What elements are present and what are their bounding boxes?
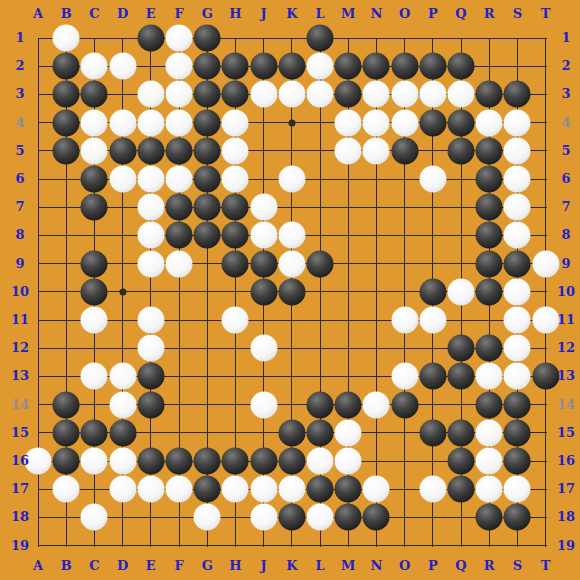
- white-stone-H4[interactable]: [222, 109, 249, 136]
- row-label-left-2: 2: [4, 58, 36, 74]
- white-stone-E7[interactable]: [137, 194, 164, 221]
- white-stone-M4[interactable]: [335, 109, 362, 136]
- black-stone-C10[interactable]: [81, 278, 108, 305]
- white-stone-R16[interactable]: [476, 448, 503, 475]
- black-stone-P10[interactable]: [419, 278, 446, 305]
- row-label-right-6: 6: [550, 171, 580, 187]
- white-stone-J14[interactable]: [250, 391, 277, 418]
- black-stone-S9[interactable]: [504, 250, 531, 277]
- column-label-top-T: T: [530, 6, 562, 22]
- row-label-left-6: 6: [4, 171, 36, 187]
- white-stone-C11[interactable]: [81, 307, 108, 334]
- column-label-top-R: R: [473, 6, 505, 22]
- column-label-bottom-T: T: [530, 558, 562, 574]
- white-stone-E6[interactable]: [137, 166, 164, 193]
- row-label-right-12: 12: [550, 340, 580, 356]
- row-label-right-2: 2: [550, 58, 580, 74]
- column-label-top-G: G: [191, 6, 223, 22]
- black-stone-M17[interactable]: [335, 476, 362, 503]
- column-label-top-M: M: [332, 6, 364, 22]
- white-stone-P3[interactable]: [419, 81, 446, 108]
- black-stone-F7[interactable]: [166, 194, 193, 221]
- white-stone-K17[interactable]: [278, 476, 305, 503]
- star-point-D10: [119, 288, 126, 295]
- white-stone-F9[interactable]: [166, 250, 193, 277]
- black-stone-J16[interactable]: [250, 448, 277, 475]
- black-stone-J2[interactable]: [250, 53, 277, 80]
- black-stone-O2[interactable]: [391, 53, 418, 80]
- row-label-right-13: 13: [550, 368, 580, 384]
- black-stone-Q2[interactable]: [448, 53, 475, 80]
- column-label-top-E: E: [135, 6, 167, 22]
- black-stone-P4[interactable]: [419, 109, 446, 136]
- row-label-right-10: 10: [550, 284, 580, 300]
- white-stone-F1[interactable]: [166, 25, 193, 52]
- black-stone-B16[interactable]: [53, 448, 80, 475]
- white-stone-E8[interactable]: [137, 222, 164, 249]
- column-label-bottom-P: P: [417, 558, 449, 574]
- white-stone-B17[interactable]: [53, 476, 80, 503]
- black-stone-J9[interactable]: [250, 250, 277, 277]
- black-stone-Q13[interactable]: [448, 363, 475, 390]
- black-stone-O5[interactable]: [391, 137, 418, 164]
- column-label-bottom-N: N: [360, 558, 392, 574]
- black-stone-R9[interactable]: [476, 250, 503, 277]
- grid-line: [38, 207, 547, 208]
- white-stone-D13[interactable]: [109, 363, 136, 390]
- white-stone-S17[interactable]: [504, 476, 531, 503]
- white-stone-N3[interactable]: [363, 81, 390, 108]
- column-label-bottom-H: H: [219, 558, 251, 574]
- column-label-bottom-D: D: [107, 558, 139, 574]
- white-stone-R17[interactable]: [476, 476, 503, 503]
- white-stone-M15[interactable]: [335, 419, 362, 446]
- white-stone-E17[interactable]: [137, 476, 164, 503]
- black-stone-G16[interactable]: [194, 448, 221, 475]
- row-label-right-7: 7: [550, 199, 580, 215]
- column-label-bottom-C: C: [78, 558, 110, 574]
- black-stone-C9[interactable]: [81, 250, 108, 277]
- black-stone-G1[interactable]: [194, 25, 221, 52]
- black-stone-G2[interactable]: [194, 53, 221, 80]
- row-label-left-9: 9: [4, 256, 36, 272]
- white-stone-M5[interactable]: [335, 137, 362, 164]
- black-stone-S18[interactable]: [504, 504, 531, 531]
- white-stone-O3[interactable]: [391, 81, 418, 108]
- black-stone-D15[interactable]: [109, 419, 136, 446]
- black-stone-L9[interactable]: [307, 250, 334, 277]
- black-stone-R12[interactable]: [476, 335, 503, 362]
- black-stone-G3[interactable]: [194, 81, 221, 108]
- column-label-top-N: N: [360, 6, 392, 22]
- black-stone-F8[interactable]: [166, 222, 193, 249]
- white-stone-E11[interactable]: [137, 307, 164, 334]
- column-label-bottom-J: J: [248, 558, 280, 574]
- white-stone-O11[interactable]: [391, 307, 418, 334]
- black-stone-G8[interactable]: [194, 222, 221, 249]
- white-stone-H11[interactable]: [222, 307, 249, 334]
- black-stone-R6[interactable]: [476, 166, 503, 193]
- column-label-bottom-E: E: [135, 558, 167, 574]
- black-stone-G4[interactable]: [194, 109, 221, 136]
- black-stone-M3[interactable]: [335, 81, 362, 108]
- row-label-left-4: 4: [4, 115, 36, 131]
- row-label-right-19: 19: [550, 538, 580, 554]
- black-stone-P2[interactable]: [419, 53, 446, 80]
- column-label-bottom-R: R: [473, 558, 505, 574]
- row-label-right-14: 14: [550, 397, 580, 413]
- white-stone-R4[interactable]: [476, 109, 503, 136]
- white-stone-C18[interactable]: [81, 504, 108, 531]
- white-stone-S6[interactable]: [504, 166, 531, 193]
- white-stone-J3[interactable]: [250, 81, 277, 108]
- white-stone-S10[interactable]: [504, 278, 531, 305]
- grid-line: [38, 545, 547, 546]
- white-stone-G18[interactable]: [194, 504, 221, 531]
- black-stone-R14[interactable]: [476, 391, 503, 418]
- row-label-left-16: 16: [4, 453, 36, 469]
- black-stone-E16[interactable]: [137, 448, 164, 475]
- white-stone-N17[interactable]: [363, 476, 390, 503]
- row-label-right-4: 4: [550, 115, 580, 131]
- white-stone-E3[interactable]: [137, 81, 164, 108]
- white-stone-O13[interactable]: [391, 363, 418, 390]
- white-stone-M16[interactable]: [335, 448, 362, 475]
- white-stone-F3[interactable]: [166, 81, 193, 108]
- column-label-top-B: B: [50, 6, 82, 22]
- black-stone-P13[interactable]: [419, 363, 446, 390]
- row-label-right-15: 15: [550, 425, 580, 441]
- white-stone-Q10[interactable]: [448, 278, 475, 305]
- black-stone-E13[interactable]: [137, 363, 164, 390]
- black-stone-P15[interactable]: [419, 419, 446, 446]
- grid-line: [545, 38, 546, 547]
- column-label-top-C: C: [78, 6, 110, 22]
- black-stone-Q16[interactable]: [448, 448, 475, 475]
- row-label-left-3: 3: [4, 86, 36, 102]
- black-stone-K18[interactable]: [278, 504, 305, 531]
- white-stone-C5[interactable]: [81, 137, 108, 164]
- black-stone-R8[interactable]: [476, 222, 503, 249]
- column-label-bottom-K: K: [276, 558, 308, 574]
- black-stone-B2[interactable]: [53, 53, 80, 80]
- white-stone-N14[interactable]: [363, 391, 390, 418]
- white-stone-N5[interactable]: [363, 137, 390, 164]
- black-stone-H9[interactable]: [222, 250, 249, 277]
- column-label-top-A: A: [22, 6, 54, 22]
- black-stone-L15[interactable]: [307, 419, 334, 446]
- row-label-left-17: 17: [4, 481, 36, 497]
- white-stone-S12[interactable]: [504, 335, 531, 362]
- white-stone-D2[interactable]: [109, 53, 136, 80]
- white-stone-L18[interactable]: [307, 504, 334, 531]
- column-label-bottom-F: F: [163, 558, 195, 574]
- column-label-top-D: D: [107, 6, 139, 22]
- white-stone-S8[interactable]: [504, 222, 531, 249]
- black-stone-S14[interactable]: [504, 391, 531, 418]
- row-label-right-11: 11: [550, 312, 580, 328]
- white-stone-P6[interactable]: [419, 166, 446, 193]
- row-label-left-10: 10: [4, 284, 36, 300]
- black-stone-S15[interactable]: [504, 419, 531, 446]
- row-label-right-3: 3: [550, 86, 580, 102]
- black-stone-B3[interactable]: [53, 81, 80, 108]
- white-stone-P17[interactable]: [419, 476, 446, 503]
- black-stone-B4[interactable]: [53, 109, 80, 136]
- go-board[interactable]: ABCDEFGHJKLMNOPQRST ABCDEFGHJKLMNOPQRST …: [0, 0, 580, 580]
- white-stone-L16[interactable]: [307, 448, 334, 475]
- row-label-left-13: 13: [4, 368, 36, 384]
- black-stone-F5[interactable]: [166, 137, 193, 164]
- black-stone-M18[interactable]: [335, 504, 362, 531]
- black-stone-H2[interactable]: [222, 53, 249, 80]
- column-label-top-S: S: [501, 6, 533, 22]
- black-stone-E5[interactable]: [137, 137, 164, 164]
- white-stone-K9[interactable]: [278, 250, 305, 277]
- row-label-right-8: 8: [550, 227, 580, 243]
- black-stone-Q15[interactable]: [448, 419, 475, 446]
- white-stone-S5[interactable]: [504, 137, 531, 164]
- black-stone-L1[interactable]: [307, 25, 334, 52]
- white-stone-J12[interactable]: [250, 335, 277, 362]
- black-stone-C6[interactable]: [81, 166, 108, 193]
- black-stone-Q4[interactable]: [448, 109, 475, 136]
- white-stone-C2[interactable]: [81, 53, 108, 80]
- black-stone-F16[interactable]: [166, 448, 193, 475]
- row-label-right-1: 1: [550, 30, 580, 46]
- column-label-top-O: O: [389, 6, 421, 22]
- white-stone-S13[interactable]: [504, 363, 531, 390]
- column-label-top-F: F: [163, 6, 195, 22]
- column-label-bottom-O: O: [389, 558, 421, 574]
- row-label-left-19: 19: [4, 538, 36, 554]
- black-stone-R3[interactable]: [476, 81, 503, 108]
- star-point-K4: [288, 119, 295, 126]
- black-stone-G7[interactable]: [194, 194, 221, 221]
- column-label-bottom-M: M: [332, 558, 364, 574]
- black-stone-R18[interactable]: [476, 504, 503, 531]
- black-stone-M14[interactable]: [335, 391, 362, 418]
- white-stone-B1[interactable]: [53, 25, 80, 52]
- row-label-right-16: 16: [550, 453, 580, 469]
- white-stone-P11[interactable]: [419, 307, 446, 334]
- black-stone-B15[interactable]: [53, 419, 80, 446]
- black-stone-G17[interactable]: [194, 476, 221, 503]
- white-stone-R15[interactable]: [476, 419, 503, 446]
- white-stone-F2[interactable]: [166, 53, 193, 80]
- white-stone-K3[interactable]: [278, 81, 305, 108]
- row-label-left-7: 7: [4, 199, 36, 215]
- white-stone-L2[interactable]: [307, 53, 334, 80]
- white-stone-D16[interactable]: [109, 448, 136, 475]
- white-stone-L3[interactable]: [307, 81, 334, 108]
- row-label-left-8: 8: [4, 227, 36, 243]
- white-stone-S7[interactable]: [504, 194, 531, 221]
- white-stone-K8[interactable]: [278, 222, 305, 249]
- black-stone-L14[interactable]: [307, 391, 334, 418]
- white-stone-J8[interactable]: [250, 222, 277, 249]
- white-stone-F6[interactable]: [166, 166, 193, 193]
- black-stone-N18[interactable]: [363, 504, 390, 531]
- white-stone-F4[interactable]: [166, 109, 193, 136]
- black-stone-D5[interactable]: [109, 137, 136, 164]
- white-stone-H5[interactable]: [222, 137, 249, 164]
- black-stone-Q17[interactable]: [448, 476, 475, 503]
- column-label-top-L: L: [304, 6, 336, 22]
- white-stone-F17[interactable]: [166, 476, 193, 503]
- white-stone-R13[interactable]: [476, 363, 503, 390]
- black-stone-C15[interactable]: [81, 419, 108, 446]
- white-stone-H17[interactable]: [222, 476, 249, 503]
- column-label-bottom-A: A: [22, 558, 54, 574]
- black-stone-S16[interactable]: [504, 448, 531, 475]
- white-stone-Q3[interactable]: [448, 81, 475, 108]
- column-label-top-Q: Q: [445, 6, 477, 22]
- black-stone-L17[interactable]: [307, 476, 334, 503]
- black-stone-C3[interactable]: [81, 81, 108, 108]
- row-label-left-12: 12: [4, 340, 36, 356]
- column-label-bottom-G: G: [191, 558, 223, 574]
- black-stone-Q5[interactable]: [448, 137, 475, 164]
- black-stone-C7[interactable]: [81, 194, 108, 221]
- white-stone-J17[interactable]: [250, 476, 277, 503]
- black-stone-B5[interactable]: [53, 137, 80, 164]
- white-stone-C4[interactable]: [81, 109, 108, 136]
- white-stone-E12[interactable]: [137, 335, 164, 362]
- white-stone-E4[interactable]: [137, 109, 164, 136]
- black-stone-R7[interactable]: [476, 194, 503, 221]
- black-stone-K16[interactable]: [278, 448, 305, 475]
- row-label-right-5: 5: [550, 143, 580, 159]
- row-label-left-15: 15: [4, 425, 36, 441]
- black-stone-Q12[interactable]: [448, 335, 475, 362]
- row-label-left-14: 14: [4, 397, 36, 413]
- row-label-left-5: 5: [4, 143, 36, 159]
- black-stone-R10[interactable]: [476, 278, 503, 305]
- black-stone-K15[interactable]: [278, 419, 305, 446]
- white-stone-J18[interactable]: [250, 504, 277, 531]
- white-stone-D6[interactable]: [109, 166, 136, 193]
- black-stone-B14[interactable]: [53, 391, 80, 418]
- white-stone-D4[interactable]: [109, 109, 136, 136]
- row-label-right-17: 17: [550, 481, 580, 497]
- white-stone-C13[interactable]: [81, 363, 108, 390]
- column-label-bottom-S: S: [501, 558, 533, 574]
- black-stone-J10[interactable]: [250, 278, 277, 305]
- row-label-right-9: 9: [550, 256, 580, 272]
- grid-line: [38, 38, 547, 39]
- white-stone-S4[interactable]: [504, 109, 531, 136]
- black-stone-G6[interactable]: [194, 166, 221, 193]
- black-stone-E14[interactable]: [137, 391, 164, 418]
- white-stone-S11[interactable]: [504, 307, 531, 334]
- black-stone-O14[interactable]: [391, 391, 418, 418]
- column-label-top-K: K: [276, 6, 308, 22]
- column-label-bottom-Q: Q: [445, 558, 477, 574]
- black-stone-H16[interactable]: [222, 448, 249, 475]
- grid-line: [38, 320, 547, 321]
- black-stone-G5[interactable]: [194, 137, 221, 164]
- white-stone-E9[interactable]: [137, 250, 164, 277]
- column-label-bottom-B: B: [50, 558, 82, 574]
- white-stone-D17[interactable]: [109, 476, 136, 503]
- white-stone-N4[interactable]: [363, 109, 390, 136]
- black-stone-E1[interactable]: [137, 25, 164, 52]
- black-stone-M2[interactable]: [335, 53, 362, 80]
- black-stone-S3[interactable]: [504, 81, 531, 108]
- row-label-left-1: 1: [4, 30, 36, 46]
- row-label-left-18: 18: [4, 509, 36, 525]
- row-label-left-11: 11: [4, 312, 36, 328]
- row-label-right-18: 18: [550, 509, 580, 525]
- column-label-top-J: J: [248, 6, 280, 22]
- black-stone-H8[interactable]: [222, 222, 249, 249]
- white-stone-O4[interactable]: [391, 109, 418, 136]
- white-stone-D14[interactable]: [109, 391, 136, 418]
- column-label-bottom-L: L: [304, 558, 336, 574]
- black-stone-H3[interactable]: [222, 81, 249, 108]
- column-label-top-P: P: [417, 6, 449, 22]
- black-stone-R5[interactable]: [476, 137, 503, 164]
- black-stone-N2[interactable]: [363, 53, 390, 80]
- black-stone-K10[interactable]: [278, 278, 305, 305]
- white-stone-C16[interactable]: [81, 448, 108, 475]
- white-stone-K6[interactable]: [278, 166, 305, 193]
- white-stone-H6[interactable]: [222, 166, 249, 193]
- black-stone-K2[interactable]: [278, 53, 305, 80]
- column-label-top-H: H: [219, 6, 251, 22]
- white-stone-J7[interactable]: [250, 194, 277, 221]
- black-stone-H7[interactable]: [222, 194, 249, 221]
